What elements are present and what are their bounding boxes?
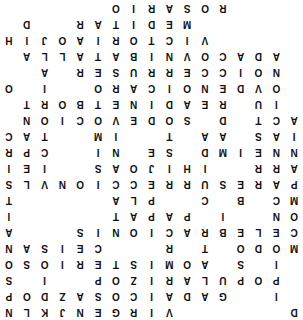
letter: I [150,51,153,61]
letter: N [5,307,12,317]
grid-cell: R [196,224,214,240]
letter: A [166,211,173,221]
grid-cell [125,144,143,160]
grid-cell: R [160,272,178,288]
grid-cell: R [143,0,161,16]
grid-cell: O [71,176,89,192]
letter: T [202,243,208,253]
letter: M [219,147,227,157]
grid-cell: O [18,288,36,304]
grid-cell: T [107,208,125,224]
grid-cell [178,240,196,256]
grid-cell: M [214,144,232,160]
grid-cell: N [267,144,285,160]
letter: A [237,51,244,61]
letter: D [148,115,155,125]
letter: E [237,179,244,189]
letter: A [23,131,30,141]
letter: I [239,67,242,77]
letter: O [94,83,102,93]
letter: E [130,115,137,125]
grid-cell: E [214,80,232,96]
grid-cell [18,64,36,80]
letter: T [42,131,48,141]
letter: R [166,67,173,77]
grid-cell: C [196,64,214,80]
grid-cell [178,304,196,320]
grid-cell: S [232,256,250,272]
letter: T [113,259,119,269]
grid-cell [53,160,71,176]
grid-cell: O [250,272,268,288]
grid-cell: R [178,176,196,192]
grid-cell: A [71,48,89,64]
grid-cell: O [125,32,143,48]
grid-cell: D [143,16,161,32]
grid-cell: S [214,176,232,192]
grid-cell: I [143,304,161,320]
letter: T [255,115,261,125]
grid-cell: I [143,288,161,304]
grid-cell [214,192,232,208]
grid-cell: P [285,176,303,192]
letter: I [168,83,171,93]
grid-cell: N [267,64,285,80]
grid-cell [285,32,303,48]
letter: B [219,227,226,237]
letter: N [166,51,173,61]
grid-cell: N [125,96,143,112]
letter: J [42,35,48,45]
grid-cell [250,0,268,16]
letter: A [201,131,208,141]
grid-cell: S [178,112,196,128]
letter: S [95,163,102,173]
grid-cell: A [125,208,143,224]
grid-cell [196,208,214,224]
grid-cell: R [71,16,89,32]
grid-cell: N [18,112,36,128]
grid-cell [36,0,54,16]
grid-cell: O [0,256,18,272]
grid-cell: I [53,256,71,272]
grid-cell: U [125,64,143,80]
grid-cell: I [89,144,107,160]
letter: R [166,275,173,285]
grid-cell: O [107,288,125,304]
letter: S [255,131,262,141]
grid-cell [89,192,107,208]
grid-cell: I [143,48,161,64]
grid-cell: A [267,176,285,192]
grid-cell: T [196,240,214,256]
grid-cell [196,16,214,32]
grid-cell: V [160,304,178,320]
letter: E [113,99,120,109]
letter: U [255,99,262,109]
grid-cell: C [107,176,125,192]
letter: S [6,275,13,285]
letter: A [112,195,119,205]
letter: U [130,67,137,77]
grid-cell: A [178,96,196,112]
grid-cell [36,224,54,240]
grid-cell: R [250,160,268,176]
grid-cell: B [71,96,89,112]
grid-cell: B [125,48,143,64]
letter: B [77,99,84,109]
grid-cell: P [89,272,107,288]
grid-cell: E [107,96,125,112]
grid-cell: T [36,128,54,144]
letter: G [219,291,227,301]
letter: I [150,259,153,269]
letter: S [184,115,191,125]
grid-cell [71,80,89,96]
letter: J [149,163,155,173]
letter: P [291,179,298,189]
grid-cell: I [125,16,143,32]
grid-cell: P [18,144,36,160]
grid-cell [18,224,36,240]
grid-cell: O [125,224,143,240]
grid-cell [71,272,89,288]
grid-cell: E [232,224,250,240]
letter: S [219,179,226,189]
letter: A [290,163,297,173]
grid-cell: K [36,304,54,320]
grid-cell [232,32,250,48]
grid-cell [214,160,232,176]
grid-cell: M [178,16,196,32]
grid-cell [232,208,250,224]
letter: O [201,51,209,61]
letter: S [6,179,13,189]
letter: R [148,67,155,77]
grid-cell: I [143,96,161,112]
grid-cell [53,80,71,96]
letter: O [41,259,49,269]
letter: D [166,99,173,109]
grid-cell: O [89,112,107,128]
grid-cell: C [160,224,178,240]
letter: M [290,195,298,205]
grid-cell: I [196,160,214,176]
letter: A [77,35,84,45]
grid-cell: O [107,0,125,16]
grid-cell [18,272,36,288]
grid-cell: A [196,256,214,272]
letter: I [150,307,153,317]
grid-cell: O [267,240,285,256]
grid-cell: S [125,256,143,272]
grid-cell: C [36,144,54,160]
grid-cell: S [36,240,54,256]
grid-cell: O [36,112,54,128]
grid-cell: T [107,256,125,272]
grid-cell [0,64,18,80]
letter: C [290,227,297,237]
grid-cell: A [232,48,250,64]
grid-cell: A [178,272,196,288]
grid-cell: A [125,80,143,96]
letter: D [255,51,262,61]
grid-cell [71,144,89,160]
letter: N [59,179,66,189]
letter: R [166,179,173,189]
letter: E [95,259,102,269]
grid-cell [214,32,232,48]
grid-cell [36,192,54,208]
grid-cell: E [71,240,89,256]
grid-cell: A [178,224,196,240]
letter: U [201,179,208,189]
letter: A [41,67,48,77]
grid-cell: L [18,176,36,192]
letter: R [166,243,173,253]
grid-cell: E [160,16,178,32]
letter: R [184,179,191,189]
letter: O [94,115,102,125]
grid-cell: R [71,256,89,272]
letter: C [201,195,208,205]
letter: I [97,227,100,237]
grid-cell: I [143,272,161,288]
letter: N [23,115,30,125]
grid-cell: I [36,160,54,176]
grid-cell: C [160,32,178,48]
letter: T [24,99,30,109]
grid-cell: L [18,304,36,320]
letter: N [273,211,280,221]
letter: T [6,195,12,205]
grid-cell [18,208,36,224]
letter: V [113,115,120,125]
grid-cell: O [250,64,268,80]
grid-cell: P [143,192,161,208]
letter: O [76,179,84,189]
letter: N [201,83,208,93]
letter: P [6,291,13,301]
letter: E [237,227,244,237]
word-search-grid: DVIRGENJKLNIGADAICOSAZDOPPOPULARIZOPISIS… [0,0,303,320]
letter: E [148,179,155,189]
letter: I [275,99,278,109]
grid-cell: V [107,112,125,128]
grid-cell: A [160,208,178,224]
grid-cell: P [232,272,250,288]
letter: R [130,307,137,317]
grid-cell: R [160,240,178,256]
letter: I [61,259,64,269]
letter: S [41,243,48,253]
grid-cell: I [143,256,161,272]
grid-cell: J [36,32,54,48]
letter: A [112,51,119,61]
letter: P [148,195,155,205]
grid-cell [285,256,303,272]
letter: V [41,179,48,189]
letter: O [183,259,191,269]
letter: N [130,99,137,109]
letter: E [95,307,102,317]
letter: D [290,307,297,317]
grid-cell: C [214,48,232,64]
grid-cell [250,288,268,304]
grid-cell [178,192,196,208]
letter: O [255,67,263,77]
grid-cell [250,208,268,224]
letter: A [273,131,280,141]
grid-cell: I [285,128,303,144]
grid-cell: R [0,144,18,160]
letter: R [77,67,84,77]
letter: O [130,35,138,45]
grid-cell: T [143,32,161,48]
grid-cell: O [285,208,303,224]
letter: T [95,51,101,61]
grid-cell: A [71,288,89,304]
grid-cell: C [196,192,214,208]
grid-cell: A [160,0,178,16]
letter: O [59,35,67,45]
grid-cell: L [125,192,143,208]
grid-cell: A [107,192,125,208]
grid-cell: I [53,112,71,128]
grid-cell [267,32,285,48]
letter: A [290,115,297,125]
letter: S [184,3,191,13]
letter: B [130,51,137,61]
grid-cell [285,16,303,32]
grid-cell: A [107,160,125,176]
grid-cell: C [0,128,18,144]
letter: D [201,147,208,157]
letter: C [166,35,173,45]
grid-cell: I [160,160,178,176]
letter: I [132,3,135,13]
grid-cell [53,0,71,16]
letter: M [183,19,191,29]
grid-cell [160,192,178,208]
grid-cell: R [107,32,125,48]
letter: R [77,19,84,29]
grid-cell [53,16,71,32]
letter: O [112,291,120,301]
letter: I [97,179,100,189]
letter: I [97,147,100,157]
grid-cell: O [267,80,285,96]
letter: N [112,227,119,237]
grid-cell [53,128,71,144]
letter: A [5,227,12,237]
grid-cell: I [36,80,54,96]
letter: G [112,307,120,317]
grid-cell: O [232,240,250,256]
grid-cell: B [232,192,250,208]
letter: P [23,147,30,157]
letter: A [219,131,226,141]
grid-cell [250,192,268,208]
grid-cell: D [36,288,54,304]
grid-cell: U [250,96,268,112]
letter: M [94,131,102,141]
letter: R [255,163,262,173]
letter: I [8,163,11,173]
grid-cell: I [18,32,36,48]
letter: I [43,163,46,173]
grid-cell: L [250,224,268,240]
grid-cell: A [196,128,214,144]
grid-cell: E [89,256,107,272]
grid-cell: P [267,272,285,288]
letter: N [290,147,297,157]
grid-cell: D [18,16,36,32]
letter: D [219,115,226,125]
grid-cell: A [160,288,178,304]
letter: P [237,275,244,285]
grid-cell: B [214,224,232,240]
letter: J [60,307,66,317]
grid-cell [36,16,54,32]
grid-cell: T [89,48,107,64]
grid-cell: P [0,288,18,304]
letter: C [273,115,280,125]
letter: N [112,147,119,157]
letter: A [130,211,137,221]
grid-cell: M [89,128,107,144]
letter: O [201,3,209,13]
letter: E [202,99,209,109]
grid-cell: D [160,96,178,112]
grid-cell: Z [125,272,143,288]
grid-cell: I [160,80,178,96]
grid-cell: J [143,160,161,176]
grid-cell: S [178,0,196,16]
grid-cell: I [53,240,71,256]
grid-cell [214,304,232,320]
letter: A [77,51,84,61]
grid-cell: E [89,304,107,320]
grid-cell [232,304,250,320]
letter: A [273,179,280,189]
letter: A [184,275,191,285]
grid-cell: O [125,160,143,176]
letter: O [237,243,245,253]
grid-cell: C [89,240,107,256]
letter: O [130,163,138,173]
grid-cell: U [196,176,214,192]
letter: C [94,243,101,253]
letter: I [221,211,224,221]
grid-cell: I [89,224,107,240]
letter: R [273,163,280,173]
letter: I [61,115,64,125]
letter: E [184,67,191,77]
grid-cell: O [196,0,214,16]
letter: D [148,19,155,29]
grid-cell: I [89,176,107,192]
letter: E [95,67,102,77]
letter: C [5,131,12,141]
grid-cell [232,0,250,16]
grid-cell: C [214,64,232,80]
grid-cell [285,64,303,80]
grid-cell [53,224,71,240]
letter: I [275,259,278,269]
letter: D [237,83,244,93]
letter: D [255,243,262,253]
